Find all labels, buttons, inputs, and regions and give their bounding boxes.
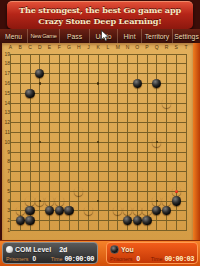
stone-white (162, 196, 171, 205)
stone-black (35, 69, 44, 78)
coordinate-row-label: 14 (2, 100, 10, 107)
coordinate-column-label: R (163, 43, 171, 51)
coordinate-column-label: L (104, 43, 112, 51)
coordinate-row-label: 4 (2, 198, 10, 205)
stone-white (142, 206, 151, 215)
coordinate-column-label: K (94, 43, 102, 51)
coordinate-row-label: 12 (2, 119, 10, 126)
coordinate-row-label: 6 (2, 178, 10, 185)
grid-line-vertical (108, 54, 109, 231)
com-prisoners-label: Prisoners (6, 256, 28, 262)
star-point (39, 82, 41, 84)
coordinate-column-label: Q (153, 43, 161, 51)
coordinate-row-label: 13 (2, 109, 10, 116)
stone-black (172, 196, 181, 205)
grid-line-horizontal (10, 191, 187, 192)
crazystone-app: The strongest, the best Go game app Craz… (0, 0, 200, 266)
stone-black (152, 206, 161, 215)
coordinate-row-label: 11 (2, 129, 10, 136)
board-right-margin (193, 43, 200, 240)
banner-line1: The strongest, the best Go game app (19, 5, 181, 15)
stone-white (45, 196, 54, 205)
coordinate-column-label: B (16, 43, 24, 51)
stone-black (142, 216, 151, 225)
coordinate-column-label: P (143, 43, 151, 51)
stone-white (162, 98, 171, 107)
you-time-value: 00:00:03 (164, 255, 194, 263)
coordinate-row-label: 16 (2, 80, 10, 87)
stone-white (152, 138, 161, 147)
grid-line-vertical (127, 54, 128, 231)
coordinate-column-label: S (172, 43, 180, 51)
com-prisoners-count: 0 (32, 255, 36, 262)
coordinate-row-label: 18 (2, 60, 10, 67)
stone-black (25, 216, 34, 225)
stone-black (64, 206, 73, 215)
mouse-cursor (101, 30, 110, 42)
coordinate-row-label: 9 (2, 149, 10, 156)
grid-line-vertical (147, 54, 148, 231)
coordinate-row-label: 10 (2, 139, 10, 146)
go-board[interactable]: ABCDEFGHJKLMNOPQRST191817161514131211109… (2, 43, 193, 240)
menu-item-menu[interactable]: Menu (0, 29, 28, 43)
coordinate-column-label: H (75, 43, 83, 51)
com-time-value: 00:00:00 (64, 255, 94, 263)
grid-line-horizontal (10, 220, 187, 221)
stone-black (55, 206, 64, 215)
stone-black (133, 216, 142, 225)
stone-white (25, 196, 34, 205)
stone-black (25, 206, 34, 215)
grid-line-horizontal (10, 181, 187, 182)
stone-black (16, 216, 25, 225)
stone-white (113, 206, 122, 215)
stone-black (123, 216, 132, 225)
coordinate-row-label: 19 (2, 51, 10, 58)
menu-item-territory[interactable]: Territory (142, 29, 173, 43)
stone-white (84, 206, 93, 215)
coordinate-column-label: T (182, 43, 190, 51)
coordinate-column-label: C (26, 43, 34, 51)
com-player-panel: COM Level 2d Prisoners 0 Time 00:00:00 (2, 242, 98, 264)
coordinate-column-label: F (55, 43, 63, 51)
coordinate-column-label: D (36, 43, 44, 51)
you-player-panel: You Prisoners 0 Time 00:00:03 (106, 242, 198, 264)
menu-item-new-game[interactable]: New Game (28, 29, 60, 43)
stone-white (55, 196, 64, 205)
white-stone-icon (6, 246, 13, 253)
stone-white (152, 196, 161, 205)
status-bar: COM Level 2d Prisoners 0 Time 00:00:00 Y… (0, 240, 200, 266)
banner-line2: Crazy Stone Deep Learning! (38, 16, 161, 26)
coordinate-row-label: 3 (2, 207, 10, 214)
coordinate-column-label: E (46, 43, 54, 51)
grid-line-horizontal (10, 161, 187, 162)
menu-item-pass[interactable]: Pass (60, 29, 90, 43)
stone-white (123, 206, 132, 215)
menu-item-hint[interactable]: Hint (118, 29, 142, 43)
stone-black (152, 79, 161, 88)
coordinate-row-label: 2 (2, 217, 10, 224)
stone-black (162, 206, 171, 215)
stone-black (45, 206, 54, 215)
coordinate-row-label: 7 (2, 168, 10, 175)
stone-white (74, 187, 83, 196)
coordinate-column-label: M (114, 43, 122, 51)
coordinate-row-label: 5 (2, 188, 10, 195)
coordinate-column-label: N (124, 43, 132, 51)
stone-black (25, 89, 34, 98)
you-player-name: You (121, 246, 134, 253)
coordinate-row-label: 1 (2, 227, 10, 234)
you-prisoners-count: 0 (136, 255, 140, 262)
com-time-label: Time (51, 256, 63, 262)
stone-black (133, 79, 142, 88)
grid-line-horizontal (10, 152, 187, 153)
coordinate-column-label: J (85, 43, 93, 51)
promo-banner: The strongest, the best Go game app Craz… (7, 1, 193, 29)
coordinate-row-label: 17 (2, 70, 10, 77)
com-level-badge: 2d (59, 246, 67, 253)
coordinate-row-label: 15 (2, 90, 10, 97)
grid-line-vertical (186, 54, 187, 231)
grid-line-horizontal (10, 171, 187, 172)
stone-white (16, 206, 25, 215)
menu-bar: MenuNew GamePassUndoHintTerritorySetting… (0, 29, 200, 43)
grid-line-horizontal (10, 230, 187, 231)
coordinate-row-label: 8 (2, 158, 10, 165)
you-time-label: Time (151, 256, 163, 262)
stone-white (133, 206, 142, 215)
stone-white (35, 196, 44, 205)
black-stone-icon (110, 245, 119, 254)
you-prisoners-label: Prisoners (110, 256, 132, 262)
coordinate-column-label: O (133, 43, 141, 51)
com-player-name: COM Level (15, 246, 51, 253)
coordinate-column-label: G (65, 43, 73, 51)
menu-item-settings[interactable]: Settings (173, 29, 200, 43)
grid-line-vertical (117, 54, 118, 231)
last-move-marker (175, 190, 178, 193)
